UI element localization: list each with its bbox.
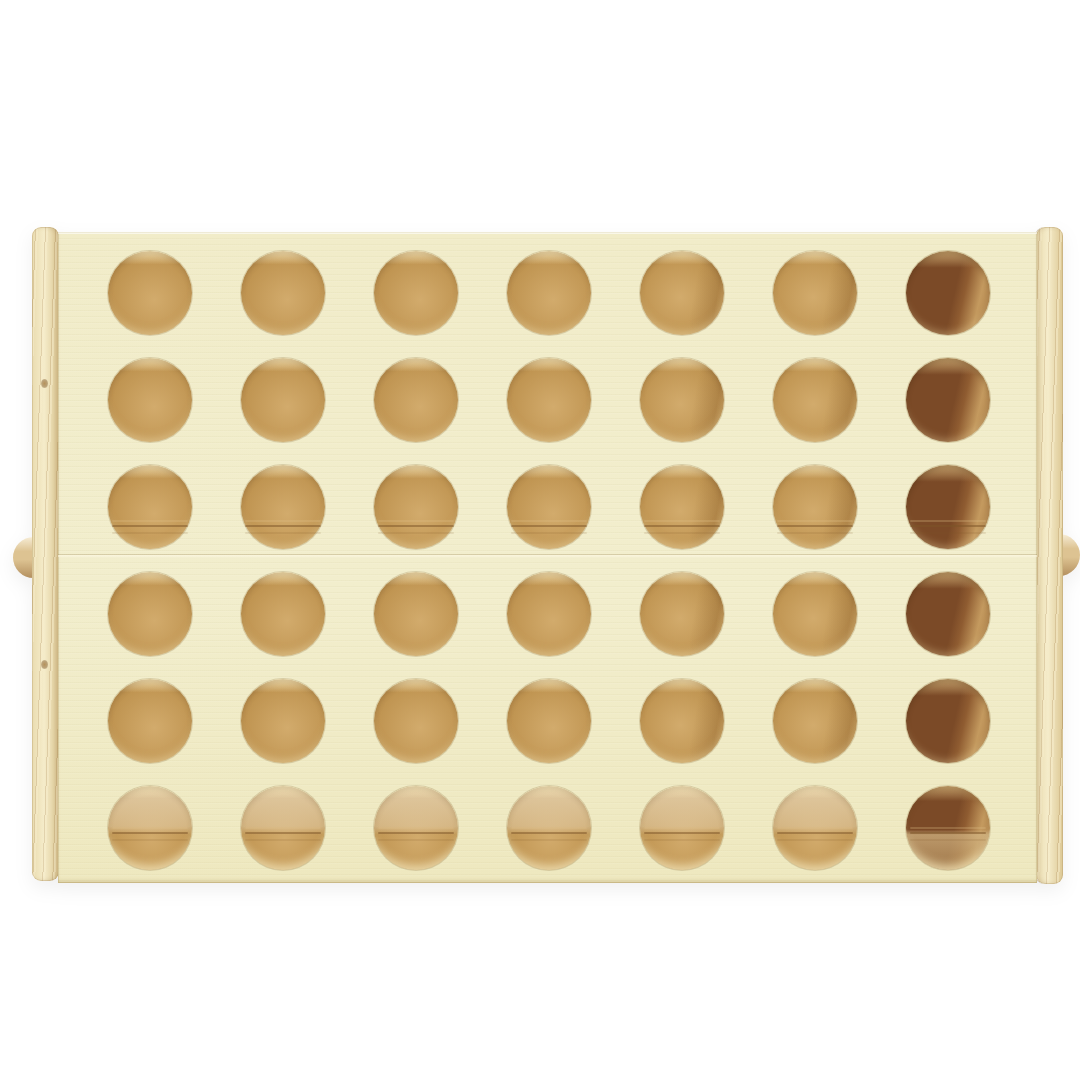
board-cell[interactable] [108, 572, 192, 656]
wood-knot [41, 379, 48, 388]
board-cell[interactable] [241, 251, 325, 335]
board-cell[interactable] [773, 786, 857, 870]
board-cell[interactable] [374, 786, 458, 870]
board-cell[interactable] [640, 786, 724, 870]
board-cell[interactable] [241, 786, 325, 870]
board-cell[interactable] [507, 358, 591, 442]
board-cell[interactable] [906, 679, 990, 763]
board-cell[interactable] [507, 572, 591, 656]
board-cell[interactable] [374, 465, 458, 549]
board-cell[interactable] [241, 358, 325, 442]
board-cell[interactable] [773, 572, 857, 656]
board-cell[interactable] [640, 679, 724, 763]
board-cell[interactable] [507, 679, 591, 763]
board-cell[interactable] [108, 679, 192, 763]
board-cell[interactable] [374, 358, 458, 442]
board-cell[interactable] [374, 251, 458, 335]
board-cell[interactable] [507, 251, 591, 335]
board-cell[interactable] [241, 679, 325, 763]
board-cell[interactable] [374, 572, 458, 656]
board-cell[interactable] [773, 465, 857, 549]
board-cell[interactable] [640, 358, 724, 442]
board-cell[interactable] [773, 679, 857, 763]
board-cell[interactable] [906, 251, 990, 335]
board-cell[interactable] [773, 358, 857, 442]
board-cell[interactable] [906, 358, 990, 442]
board-cell[interactable] [108, 465, 192, 549]
board-cell[interactable] [108, 251, 192, 335]
board-cell[interactable] [906, 786, 990, 870]
board-cell[interactable] [241, 465, 325, 549]
wood-knot [41, 660, 48, 669]
board-cell[interactable] [640, 251, 724, 335]
board-cell[interactable] [906, 465, 990, 549]
board-cell[interactable] [241, 572, 325, 656]
board-cell[interactable] [108, 358, 192, 442]
board-cell[interactable] [108, 786, 192, 870]
board-cell[interactable] [773, 251, 857, 335]
left-side-rail [32, 227, 59, 881]
board-cell[interactable] [640, 572, 724, 656]
front-panel [58, 232, 1037, 883]
hole-grid [58, 232, 1037, 883]
board-cell[interactable] [906, 572, 990, 656]
board-cell[interactable] [374, 679, 458, 763]
right-side-rail [1036, 227, 1063, 884]
product-photo-stage [0, 0, 1080, 1080]
board-cell[interactable] [507, 465, 591, 549]
board-cell[interactable] [507, 786, 591, 870]
board-cell[interactable] [640, 465, 724, 549]
connect-four-board [0, 0, 1080, 1080]
